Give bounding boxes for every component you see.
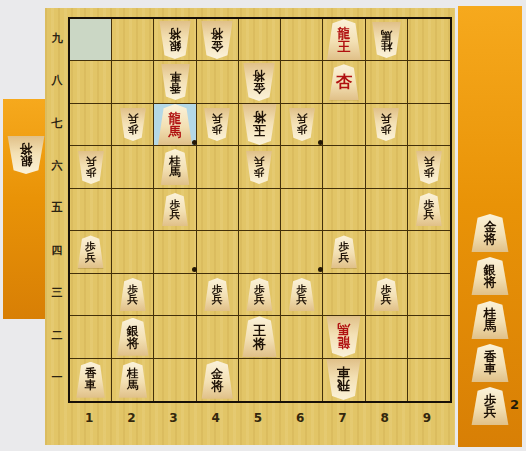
square-1-7[interactable] [70,104,112,146]
square-2-3[interactable]: 歩兵 [112,274,154,316]
square-9-7[interactable] [408,104,450,146]
square-9-1[interactable] [408,359,450,401]
piece-silver[interactable]: 銀将 [158,21,192,59]
piece-lance[interactable]: 香車 [160,64,191,100]
square-8-9[interactable]: 桂馬 [366,19,408,61]
piece-pawn[interactable]: 歩兵 [203,278,231,311]
piece-knight[interactable]: 桂馬 [117,362,148,398]
piece-kanji: 兵 [296,294,307,305]
piece-kanji: 車 [169,71,181,83]
piece-pawn[interactable]: 歩兵 [372,108,400,141]
piece-kanji: 金 [211,368,223,380]
rank-label: 四 [48,229,66,271]
rank-label: 三 [48,272,66,314]
square-6-9[interactable] [281,19,323,61]
piece-kanji: 将 [253,70,265,82]
file-label: 8 [364,403,406,433]
piece-pawn[interactable]: 歩兵 [77,151,105,184]
rank-label: 九 [48,17,66,59]
piece-kanji: 車 [337,367,350,380]
piece-kanji: 兵 [381,114,392,125]
square-9-4[interactable] [408,231,450,273]
piece-kanji: 歩 [128,125,139,136]
piece-kanji: 馬 [380,28,392,40]
piece-kanji: 歩 [212,125,223,136]
square-6-3[interactable]: 歩兵 [281,274,323,316]
rank-label: 二 [48,314,66,356]
square-6-4[interactable] [281,231,323,273]
square-5-3[interactable]: 歩兵 [239,274,281,316]
square-5-7[interactable]: 玉将 [239,104,281,146]
rank-label: 一 [48,357,66,399]
piece-kanji: 兵 [212,294,223,305]
square-8-1[interactable] [366,359,408,401]
piece-gold[interactable]: 金将 [200,361,234,399]
square-7-5[interactable] [323,189,365,231]
square-1-6[interactable]: 歩兵 [70,146,112,188]
square-3-5[interactable]: 歩兵 [154,189,196,231]
piece-pawn[interactable]: 歩兵 [330,235,358,268]
piece-dragon[interactable]: 龍王 [325,19,362,60]
piece-kanji: 馬 [127,380,139,392]
piece-kanji: 将 [211,28,223,40]
file-label: 4 [195,403,237,433]
board-panel: 九八七六五四三二一 銀将金将龍王桂馬香車金将杏歩兵龍馬歩兵玉将歩兵歩兵歩兵桂馬歩… [45,8,455,445]
square-3-7[interactable]: 龍馬 [154,104,196,146]
piece-knight[interactable]: 桂馬 [160,149,191,185]
square-2-9[interactable] [112,19,154,61]
square-4-1[interactable]: 金将 [197,359,239,401]
piece-pawn[interactable]: 歩兵 [470,387,510,425]
piece-kanji: 金 [211,40,223,52]
rank-label: 七 [48,102,66,144]
square-1-9[interactable] [70,19,112,61]
square-2-6[interactable] [112,146,154,188]
shogi-app: 銀将 九八七六五四三二一 銀将金将龍王桂馬香車金将杏歩兵龍馬歩兵玉将歩兵歩兵歩兵… [0,0,526,451]
piece-kanji: 兵 [254,157,265,168]
square-9-2[interactable] [408,316,450,358]
piece-kanji: 兵 [424,157,435,168]
square-3-1[interactable] [154,359,196,401]
piece-kanji: 車 [85,380,97,392]
piece-kanji: 将 [169,28,181,40]
piece-pawn[interactable]: 歩兵 [372,278,400,311]
piece-kanji: 兵 [484,406,497,419]
piece-kanji: 金 [253,82,265,94]
square-8-7[interactable]: 歩兵 [366,104,408,146]
square-4-3[interactable]: 歩兵 [197,274,239,316]
square-2-4[interactable] [112,231,154,273]
piece-lance[interactable]: 香車 [75,362,106,398]
square-7-2[interactable]: 龍馬 [323,316,365,358]
square-4-4[interactable] [197,231,239,273]
square-8-3[interactable]: 歩兵 [366,274,408,316]
piece-kanji: 兵 [212,114,223,125]
square-5-9[interactable] [239,19,281,61]
square-6-5[interactable] [281,189,323,231]
square-1-3[interactable] [70,274,112,316]
square-5-5[interactable] [239,189,281,231]
piece-kanji: 将 [484,233,497,246]
square-3-4[interactable] [154,231,196,273]
piece-silver[interactable]: 銀将 [470,257,510,295]
square-6-7[interactable]: 歩兵 [281,104,323,146]
square-7-7[interactable] [323,104,365,146]
square-7-4[interactable]: 歩兵 [323,231,365,273]
piece-kanji: 将 [253,112,266,125]
piece-kanji: 歩 [296,125,307,136]
piece-knight[interactable]: 桂馬 [470,301,510,339]
piece-pawn[interactable]: 歩兵 [288,278,316,311]
square-5-4[interactable] [239,231,281,273]
square-5-2[interactable]: 王将 [239,316,281,358]
square-6-2[interactable] [281,316,323,358]
piece-horse[interactable]: 龍馬 [325,316,362,357]
piece-kanji: 兵 [339,252,350,263]
shogi-board: 銀将金将龍王桂馬香車金将杏歩兵龍馬歩兵玉将歩兵歩兵歩兵桂馬歩兵歩兵歩兵歩兵歩兵歩… [68,17,452,403]
piece-gold[interactable]: 金将 [200,21,234,59]
piece-kanji: 馬 [169,125,182,138]
square-1-5[interactable] [70,189,112,231]
piece-kanji: 馬 [169,167,181,179]
square-2-7[interactable]: 歩兵 [112,104,154,146]
square-6-8[interactable] [281,61,323,103]
file-label: 5 [237,403,279,433]
piece-kanji: 馬 [337,324,350,337]
piece-silver[interactable]: 銀将 [6,136,46,174]
file-label: 1 [68,403,110,433]
piece-kanji: 歩 [254,167,265,178]
piece-kanji: 兵 [128,294,139,305]
square-4-6[interactable] [197,146,239,188]
piece-pawn[interactable]: 歩兵 [203,108,231,141]
square-3-9[interactable]: 銀将 [154,19,196,61]
square-7-3[interactable] [323,274,365,316]
piece-king[interactable]: 王将 [241,316,278,357]
piece-kanji: 将 [253,337,266,350]
piece-pawn[interactable]: 歩兵 [77,235,105,268]
piece-kanji: 将 [19,143,32,156]
piece-kanji: 龍 [337,27,350,40]
square-8-8[interactable] [366,61,408,103]
square-3-3[interactable] [154,274,196,316]
square-9-3[interactable] [408,274,450,316]
piece-kanji: 車 [484,363,497,376]
piece-kanji: 飛 [337,380,350,393]
piece-pawn[interactable]: 歩兵 [415,151,443,184]
square-8-4[interactable] [366,231,408,273]
piece-kanji: 歩 [85,167,96,178]
square-6-6[interactable] [281,146,323,188]
sente-hand-pieces: 銀将 [3,99,48,319]
piece-pawn[interactable]: 歩兵 [161,193,189,226]
square-3-8[interactable]: 香車 [154,61,196,103]
piece-gold[interactable]: 金将 [470,214,510,252]
square-6-1[interactable] [281,359,323,401]
piece-rook[interactable]: 飛車 [325,359,362,400]
square-1-8[interactable] [70,61,112,103]
piece-kanji: 歩 [381,125,392,136]
square-9-8[interactable] [408,61,450,103]
piece-kanji: 兵 [296,114,307,125]
square-2-1[interactable]: 桂馬 [112,359,154,401]
piece-kanji: 将 [211,380,223,392]
piece-kanji: 龍 [337,337,350,350]
file-label: 9 [406,403,448,433]
square-1-4[interactable]: 歩兵 [70,231,112,273]
piece-pawn[interactable]: 歩兵 [245,278,273,311]
square-7-1[interactable]: 飛車 [323,359,365,401]
piece-pawn[interactable]: 歩兵 [119,278,147,311]
piece-lance[interactable]: 香車 [470,344,510,382]
square-3-2[interactable] [154,316,196,358]
piece-kanji: 玉 [253,125,266,138]
piece-kanji: 銀 [169,40,181,52]
square-9-9[interactable] [408,19,450,61]
square-7-9[interactable]: 龍王 [323,19,365,61]
square-3-6[interactable]: 桂馬 [154,146,196,188]
rank-label: 八 [48,59,66,101]
rank-label: 五 [48,187,66,229]
piece-kanji: 兵 [424,209,435,220]
piece-kanji: 兵 [254,294,265,305]
rank-labels: 九八七六五四三二一 [48,17,66,399]
square-4-5[interactable] [197,189,239,231]
piece-kanji: 馬 [484,320,497,333]
piece-kanji: 兵 [170,209,181,220]
square-2-5[interactable] [112,189,154,231]
piece-kanji: 将 [484,276,497,289]
piece-pawn[interactable]: 歩兵 [415,193,443,226]
piece-kanji: 王 [337,40,350,53]
piece-king[interactable]: 玉将 [241,104,278,145]
piece-pawn[interactable]: 歩兵 [245,151,273,184]
piece-gold[interactable]: 金将 [242,63,276,101]
square-8-2[interactable] [366,316,408,358]
file-label: 7 [321,403,363,433]
piece-kanji: 王 [253,324,266,337]
piece-horse[interactable]: 龍馬 [157,104,194,145]
sente-hand-stand: 銀将 [3,99,48,319]
square-4-8[interactable] [197,61,239,103]
piece-pawn[interactable]: 歩兵 [119,108,147,141]
square-7-8[interactable]: 杏 [323,61,365,103]
hand-piece-count: 2 [510,397,519,412]
gote-hand-stand: 金将銀将桂馬香車歩兵2 [458,6,522,447]
square-8-5[interactable] [366,189,408,231]
square-4-7[interactable]: 歩兵 [197,104,239,146]
piece-silver[interactable]: 銀将 [116,318,150,356]
square-5-1[interactable] [239,359,281,401]
square-9-5[interactable]: 歩兵 [408,189,450,231]
square-4-9[interactable]: 金将 [197,19,239,61]
square-7-6[interactable] [323,146,365,188]
piece-kanji: 杏 [336,74,352,90]
square-2-8[interactable] [112,61,154,103]
piece-kanji: 将 [127,337,139,349]
square-8-6[interactable] [366,146,408,188]
file-label: 3 [152,403,194,433]
square-5-6[interactable]: 歩兵 [239,146,281,188]
gote-hand-pieces: 金将銀将桂馬香車歩兵2 [458,6,522,447]
file-labels: 123456789 [68,403,448,433]
square-1-2[interactable] [70,316,112,358]
piece-knight[interactable]: 桂馬 [371,22,402,58]
square-5-8[interactable]: 金将 [239,61,281,103]
square-1-1[interactable]: 香車 [70,359,112,401]
piece-kanji: 兵 [381,294,392,305]
square-4-2[interactable] [197,316,239,358]
file-label: 6 [279,403,321,433]
piece-promoted-lance[interactable]: 杏 [328,64,360,100]
square-9-6[interactable]: 歩兵 [408,146,450,188]
rank-label: 六 [48,144,66,186]
piece-kanji: 兵 [128,114,139,125]
piece-kanji: 兵 [85,252,96,263]
piece-kanji: 兵 [85,157,96,168]
piece-kanji: 龍 [169,112,182,125]
square-2-2[interactable]: 銀将 [112,316,154,358]
file-label: 2 [110,403,152,433]
piece-kanji: 歩 [424,167,435,178]
piece-pawn[interactable]: 歩兵 [288,108,316,141]
